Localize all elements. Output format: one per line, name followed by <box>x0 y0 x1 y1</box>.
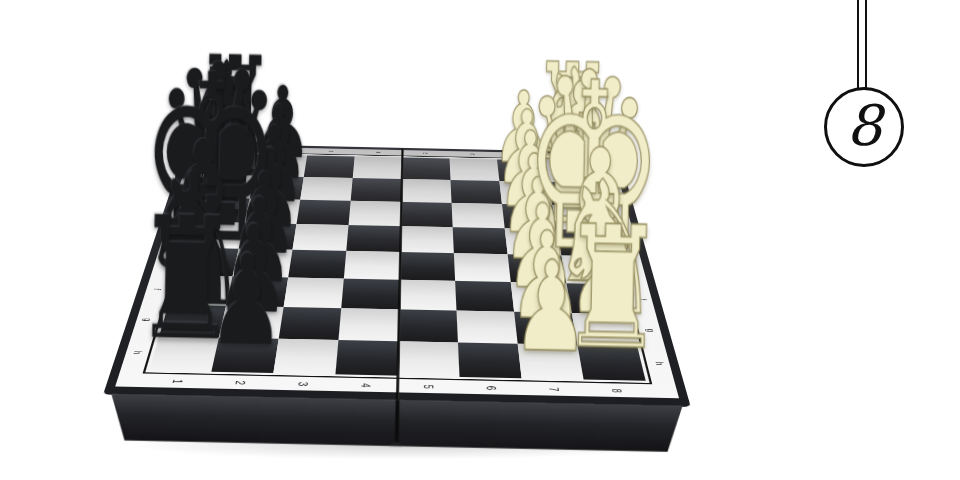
square-f5 <box>399 280 457 311</box>
square-b5 <box>401 179 451 203</box>
square-e5 <box>399 252 455 281</box>
chess-board: ♜♟♟♜♞♟♟♞♝♟♟♝♛♟♟♛♚♟♟♚♝♟♟♝♞♟♟♞♜♟♟♜ 1234567… <box>103 143 691 407</box>
square-d5 <box>400 226 454 253</box>
square-g5 <box>398 309 458 342</box>
white-rook-h8: ♜ <box>558 203 666 374</box>
board-shadow <box>120 430 680 460</box>
badge-pointer-line <box>857 0 867 88</box>
square-h5 <box>397 341 459 377</box>
square-g4 <box>338 308 398 341</box>
square-c5 <box>401 202 453 227</box>
black-pawn-h2: ♟ <box>207 237 287 363</box>
square-h8: ♜ <box>577 345 645 381</box>
square-b4 <box>351 178 402 202</box>
product-photo: ♜♟♟♜♞♟♟♞♝♟♟♝♛♟♟♛♚♟♟♚♝♟♟♝♞♟♟♞♜♟♟♜ 1234567… <box>36 38 765 473</box>
square-d4 <box>346 225 400 252</box>
board-frame: ♜♟♟♜♞♟♟♞♝♟♟♝♛♟♟♛♚♟♟♚♝♟♟♝♞♟♟♞♜♟♟♜ <box>143 151 653 384</box>
square-a5 <box>402 157 451 180</box>
item-number: 8 <box>846 93 882 158</box>
square-e4 <box>344 251 400 280</box>
square-h2: ♟ <box>211 338 278 373</box>
square-f4 <box>341 279 399 310</box>
square-c4 <box>349 201 402 226</box>
square-a4 <box>353 156 402 178</box>
square-h4 <box>335 340 398 376</box>
item-number-badge: 8 <box>824 87 904 167</box>
